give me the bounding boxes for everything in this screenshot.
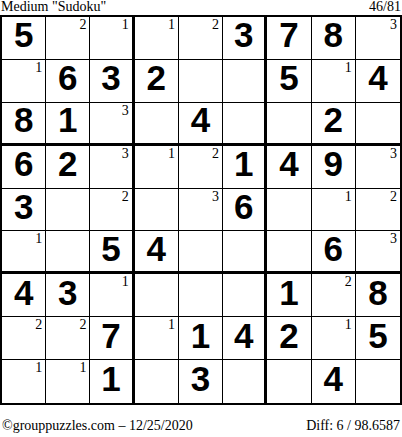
cell-r1c7[interactable]: 7: [267, 17, 311, 60]
given-digit: 4: [267, 146, 310, 188]
cell-r4c3[interactable]: 3: [90, 146, 134, 189]
pencil-mark: 3: [122, 146, 129, 162]
given-digit: 1: [90, 360, 131, 403]
given-digit: 1: [46, 103, 89, 143]
pencil-mark: 2: [212, 146, 219, 162]
cell-r6c1[interactable]: 1: [2, 231, 46, 274]
given-digit: 6: [223, 189, 264, 231]
given-digit: 2: [135, 60, 178, 102]
cell-r7c1[interactable]: 4: [2, 274, 46, 317]
given-digit: 4: [179, 103, 222, 143]
cell-r5c9[interactable]: 2: [356, 189, 400, 232]
given-digit: 3: [46, 274, 89, 316]
sudoku-board: 5211237831632514813426231214933236121546…: [0, 15, 402, 405]
cell-r8c9[interactable]: 5: [356, 317, 400, 360]
cell-r9c3[interactable]: 1: [90, 360, 134, 403]
cell-r1c8[interactable]: 8: [312, 17, 356, 60]
cell-r5c4[interactable]: [135, 189, 179, 232]
cell-r2c8[interactable]: 1: [312, 60, 356, 103]
cell-r4c4[interactable]: 1: [135, 146, 179, 189]
pencil-mark: 1: [35, 60, 42, 76]
cell-r3c7[interactable]: [267, 103, 311, 146]
cell-r8c2[interactable]: 2: [46, 317, 90, 360]
cell-r3c1[interactable]: 8: [2, 103, 46, 146]
cell-r6c4[interactable]: 4: [135, 231, 179, 274]
cell-r9c1[interactable]: 1: [2, 360, 46, 403]
cell-r4c6[interactable]: 1: [223, 146, 267, 189]
header: Medium "Sudoku" 46/81: [0, 0, 402, 15]
cell-r6c7[interactable]: [267, 231, 311, 274]
pencil-mark: 3: [212, 189, 219, 205]
pencil-mark: 3: [122, 103, 129, 119]
pencil-mark: 3: [390, 17, 397, 33]
cell-r1c1[interactable]: 5: [2, 17, 46, 60]
cell-r7c6[interactable]: [223, 274, 267, 317]
pencil-mark: 1: [35, 231, 42, 247]
cell-r7c5[interactable]: [179, 274, 223, 317]
given-digit: 3: [223, 17, 264, 59]
cell-r1c2[interactable]: 2: [46, 17, 90, 60]
cell-r3c9[interactable]: [356, 103, 400, 146]
cell-r9c6[interactable]: [223, 360, 267, 403]
given-digit: 4: [312, 360, 355, 403]
cell-r2c5[interactable]: [179, 60, 223, 103]
cell-r3c5[interactable]: 4: [179, 103, 223, 146]
difficulty-text: Diff: 6 / 98.6587: [306, 418, 400, 433]
sudoku-page: Medium "Sudoku" 46/81 521123783163251481…: [0, 0, 402, 437]
cell-r1c9[interactable]: 3: [356, 17, 400, 60]
pencil-mark: 1: [122, 274, 129, 290]
cell-r5c3[interactable]: 2: [90, 189, 134, 232]
cell-r7c4[interactable]: [135, 274, 179, 317]
cell-r7c7[interactable]: 1: [267, 274, 311, 317]
cell-r5c6[interactable]: 6: [223, 189, 267, 232]
cell-r3c6[interactable]: [223, 103, 267, 146]
pencil-mark: 3: [390, 146, 397, 162]
given-digit: 1: [267, 274, 310, 316]
page-title: Medium "Sudoku": [1, 0, 106, 14]
cell-r4c8[interactable]: 9: [312, 146, 356, 189]
cell-r1c5[interactable]: 2: [179, 17, 223, 60]
given-digit: 1: [179, 317, 222, 359]
cell-r9c9[interactable]: [356, 360, 400, 403]
cell-r6c9[interactable]: 3: [356, 231, 400, 274]
pencil-mark: 1: [79, 360, 86, 376]
given-digit: 8: [356, 274, 400, 316]
pencil-mark: 2: [79, 317, 86, 333]
pencil-mark: 2: [79, 17, 86, 33]
given-digit: 2: [312, 103, 355, 143]
cell-r5c1[interactable]: 3: [2, 189, 46, 232]
cell-r7c3[interactable]: 1: [90, 274, 134, 317]
footer: ©grouppuzzles.com – 12/25/2020 Diff: 6 /…: [0, 418, 402, 433]
cell-r2c6[interactable]: [223, 60, 267, 103]
cell-r9c5[interactable]: 3: [179, 360, 223, 403]
cell-r8c3[interactable]: 7: [90, 317, 134, 360]
cell-r8c7[interactable]: 2: [267, 317, 311, 360]
given-digit: 5: [2, 17, 45, 59]
pencil-mark: 1: [168, 317, 175, 333]
pencil-mark: 2: [212, 17, 219, 33]
cell-r3c8[interactable]: 2: [312, 103, 356, 146]
cell-r4c7[interactable]: 4: [267, 146, 311, 189]
given-digit: 4: [135, 231, 178, 271]
cell-r1c4[interactable]: 1: [135, 17, 179, 60]
cell-r4c1[interactable]: 6: [2, 146, 46, 189]
pencil-mark: 1: [345, 317, 352, 333]
given-digit: 3: [179, 360, 222, 403]
given-digit: 5: [267, 60, 310, 102]
cell-r5c5[interactable]: 3: [179, 189, 223, 232]
pencil-mark: 3: [390, 231, 397, 247]
given-digit: 1: [223, 146, 264, 188]
cell-r8c5[interactable]: 1: [179, 317, 223, 360]
cell-r6c3[interactable]: 5: [90, 231, 134, 274]
cell-r6c5[interactable]: [179, 231, 223, 274]
given-digit: 8: [312, 17, 355, 59]
cell-r2c1[interactable]: 1: [2, 60, 46, 103]
cell-r5c8[interactable]: 1: [312, 189, 356, 232]
cell-r4c2[interactable]: 2: [46, 146, 90, 189]
cell-r4c5[interactable]: 2: [179, 146, 223, 189]
cell-r8c1[interactable]: 2: [2, 317, 46, 360]
pencil-mark: 1: [345, 189, 352, 205]
cell-r3c4[interactable]: [135, 103, 179, 146]
cell-r2c2[interactable]: 6: [46, 60, 90, 103]
given-digit: 6: [312, 231, 355, 271]
cell-r1c6[interactable]: 3: [223, 17, 267, 60]
cell-r2c9[interactable]: 4: [356, 60, 400, 103]
given-digit: 9: [312, 146, 355, 188]
cell-r8c8[interactable]: 1: [312, 317, 356, 360]
cell-r7c9[interactable]: 8: [356, 274, 400, 317]
pencil-mark: 2: [390, 189, 397, 205]
cell-r5c2[interactable]: [46, 189, 90, 232]
cell-r9c7[interactable]: [267, 360, 311, 403]
pencil-mark: 1: [122, 17, 129, 33]
given-digit: 7: [267, 17, 310, 59]
given-digit: 3: [90, 60, 131, 102]
pencil-mark: 2: [122, 189, 129, 205]
given-digit: 2: [267, 317, 310, 359]
cell-r7c8[interactable]: 2: [312, 274, 356, 317]
cell-r9c8[interactable]: 4: [312, 360, 356, 403]
given-digit: 4: [2, 274, 45, 316]
given-digit: 4: [356, 60, 400, 102]
cell-r6c6[interactable]: [223, 231, 267, 274]
cell-r9c2[interactable]: 1: [46, 360, 90, 403]
cell-r8c6[interactable]: 4: [223, 317, 267, 360]
given-digit: 6: [46, 60, 89, 102]
pencil-mark: 1: [35, 360, 42, 376]
cell-r8c4[interactable]: 1: [135, 317, 179, 360]
copyright-text: ©grouppuzzles.com – 12/25/2020: [2, 418, 193, 433]
cell-r6c2[interactable]: [46, 231, 90, 274]
pencil-mark: 2: [345, 274, 352, 290]
given-digit: 2: [46, 146, 89, 188]
given-digit: 7: [90, 317, 131, 359]
pencil-mark: 1: [345, 60, 352, 76]
cell-r2c7[interactable]: 5: [267, 60, 311, 103]
cell-r3c2[interactable]: 1: [46, 103, 90, 146]
pencil-mark: 1: [168, 17, 175, 33]
cell-r6c8[interactable]: 6: [312, 231, 356, 274]
given-digit: 4: [223, 317, 264, 359]
given-digit: 6: [2, 146, 45, 188]
given-digit: 5: [356, 317, 400, 359]
cell-r2c3[interactable]: 3: [90, 60, 134, 103]
cell-r9c4[interactable]: [135, 360, 179, 403]
cell-r3c3[interactable]: 3: [90, 103, 134, 146]
pencil-mark: 1: [168, 146, 175, 162]
given-digit: 8: [2, 103, 45, 143]
cell-r7c2[interactable]: 3: [46, 274, 90, 317]
cell-r5c7[interactable]: [267, 189, 311, 232]
given-digit: 3: [2, 189, 45, 231]
pencil-mark: 2: [35, 317, 42, 333]
cell-r4c9[interactable]: 3: [356, 146, 400, 189]
cell-r2c4[interactable]: 2: [135, 60, 179, 103]
cell-r1c3[interactable]: 1: [90, 17, 134, 60]
empty-cells-counter: 46/81: [369, 0, 401, 14]
given-digit: 5: [90, 231, 131, 271]
